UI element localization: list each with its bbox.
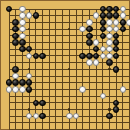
black-stone[interactable]: [113, 66, 120, 73]
black-stone[interactable]: [6, 6, 13, 13]
white-stone[interactable]: [66, 113, 73, 120]
black-stone[interactable]: [120, 19, 127, 26]
white-stone[interactable]: [106, 39, 113, 46]
black-stone[interactable]: [33, 53, 40, 60]
white-stone[interactable]: [106, 53, 113, 60]
black-stone[interactable]: [100, 12, 107, 19]
black-stone[interactable]: [93, 46, 100, 53]
white-stone[interactable]: [106, 33, 113, 40]
white-stone[interactable]: [26, 53, 33, 60]
white-stone[interactable]: [33, 113, 40, 120]
white-stone[interactable]: [86, 19, 93, 26]
black-stone[interactable]: [113, 46, 120, 53]
white-stone[interactable]: [79, 86, 86, 93]
white-stone[interactable]: [79, 26, 86, 33]
white-stone[interactable]: [19, 12, 26, 19]
black-stone[interactable]: [39, 53, 46, 60]
black-stone[interactable]: [19, 39, 26, 46]
grid-line-horizontal: [9, 122, 130, 123]
white-stone[interactable]: [93, 12, 100, 19]
white-stone[interactable]: [26, 113, 33, 120]
black-stone[interactable]: [33, 100, 40, 107]
go-board[interactable]: [0, 0, 130, 130]
black-stone[interactable]: [113, 100, 120, 107]
black-stone[interactable]: [106, 12, 113, 19]
white-stone[interactable]: [19, 26, 26, 33]
white-stone[interactable]: [113, 19, 120, 26]
white-stone[interactable]: [100, 46, 107, 53]
black-stone[interactable]: [12, 19, 19, 26]
white-stone[interactable]: [19, 19, 26, 26]
black-stone[interactable]: [86, 53, 93, 60]
black-stone[interactable]: [33, 12, 40, 19]
black-stone[interactable]: [12, 26, 19, 33]
white-stone[interactable]: [93, 39, 100, 46]
black-stone[interactable]: [12, 66, 19, 73]
white-stone[interactable]: [12, 86, 19, 93]
white-stone[interactable]: [6, 86, 13, 93]
white-stone[interactable]: [86, 59, 93, 66]
white-stone[interactable]: [26, 12, 33, 19]
black-stone[interactable]: [100, 26, 107, 33]
grid-line-horizontal: [9, 129, 130, 130]
black-stone[interactable]: [12, 79, 19, 86]
black-stone[interactable]: [86, 39, 93, 46]
hoshi-point: [28, 108, 30, 110]
grid-line-vertical: [96, 9, 97, 130]
black-stone[interactable]: [39, 113, 46, 120]
black-stone[interactable]: [86, 33, 93, 40]
hoshi-point: [108, 108, 110, 110]
white-stone[interactable]: [73, 113, 80, 120]
black-stone[interactable]: [113, 6, 120, 13]
white-stone[interactable]: [120, 86, 127, 93]
white-stone[interactable]: [100, 53, 107, 60]
black-stone[interactable]: [26, 46, 33, 53]
white-stone[interactable]: [26, 73, 33, 80]
white-stone[interactable]: [100, 93, 107, 100]
white-stone[interactable]: [19, 6, 26, 13]
black-stone[interactable]: [113, 39, 120, 46]
black-stone[interactable]: [100, 33, 107, 40]
black-stone[interactable]: [100, 6, 107, 13]
white-stone[interactable]: [93, 59, 100, 66]
black-stone[interactable]: [39, 100, 46, 107]
white-stone[interactable]: [106, 46, 113, 53]
black-stone[interactable]: [26, 86, 33, 93]
black-stone[interactable]: [86, 26, 93, 33]
black-stone[interactable]: [12, 33, 19, 40]
black-stone[interactable]: [19, 79, 26, 86]
black-stone[interactable]: [26, 79, 33, 86]
white-stone[interactable]: [19, 33, 26, 40]
black-stone[interactable]: [93, 53, 100, 60]
white-stone[interactable]: [120, 6, 127, 13]
black-stone[interactable]: [106, 59, 113, 66]
white-stone[interactable]: [120, 12, 127, 19]
black-stone[interactable]: [79, 53, 86, 60]
white-stone[interactable]: [106, 26, 113, 33]
white-stone[interactable]: [126, 19, 130, 26]
hoshi-point: [28, 28, 30, 30]
black-stone[interactable]: [113, 106, 120, 113]
white-stone[interactable]: [19, 86, 26, 93]
grid-line-vertical: [76, 9, 77, 130]
black-stone[interactable]: [113, 12, 120, 19]
grid-line-horizontal: [9, 102, 130, 103]
black-stone[interactable]: [19, 46, 26, 53]
white-stone[interactable]: [12, 73, 19, 80]
black-stone[interactable]: [106, 6, 113, 13]
white-stone[interactable]: [106, 19, 113, 26]
grid-line-horizontal: [9, 96, 130, 97]
black-stone[interactable]: [12, 39, 19, 46]
black-stone[interactable]: [100, 19, 107, 26]
black-stone[interactable]: [106, 113, 113, 120]
grid-line-vertical: [129, 9, 130, 130]
black-stone[interactable]: [6, 79, 13, 86]
white-stone[interactable]: [113, 26, 120, 33]
black-stone[interactable]: [113, 33, 120, 40]
black-stone[interactable]: [113, 53, 120, 60]
black-stone[interactable]: [120, 26, 127, 33]
